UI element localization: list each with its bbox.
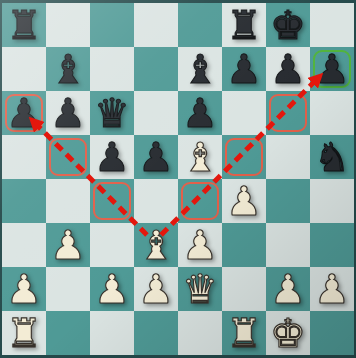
piece-black-king-g8[interactable]: ♚	[266, 3, 310, 47]
threat-highlight-b5	[49, 138, 87, 176]
piece-white-pawn-f4[interactable]: ♟	[222, 179, 266, 223]
square-h4[interactable]	[310, 179, 354, 223]
square-h3[interactable]	[310, 223, 354, 267]
piece-white-rook-a1[interactable]: ♜	[2, 311, 46, 355]
square-h1[interactable]	[310, 311, 354, 355]
piece-white-pawn-d2[interactable]: ♟	[134, 267, 178, 311]
piece-white-pawn-e3[interactable]: ♟	[178, 223, 222, 267]
square-e4[interactable]	[178, 179, 222, 223]
piece-black-bishop-b7[interactable]: ♝	[46, 47, 90, 91]
square-f8[interactable]: ♜	[222, 3, 266, 47]
square-g5[interactable]	[266, 135, 310, 179]
square-h2[interactable]: ♟	[310, 267, 354, 311]
piece-black-pawn-e6[interactable]: ♟	[178, 91, 222, 135]
square-a8[interactable]: ♜	[2, 3, 46, 47]
piece-black-pawn-b6[interactable]: ♟	[46, 91, 90, 135]
square-d6[interactable]	[134, 91, 178, 135]
piece-black-bishop-e7[interactable]: ♝	[178, 47, 222, 91]
piece-black-pawn-g7[interactable]: ♟	[266, 47, 310, 91]
piece-black-rook-f8[interactable]: ♜	[222, 3, 266, 47]
square-c3[interactable]	[90, 223, 134, 267]
square-c8[interactable]	[90, 3, 134, 47]
square-d3[interactable]: ♝	[134, 223, 178, 267]
piece-white-pawn-g2[interactable]: ♟	[266, 267, 310, 311]
square-a1[interactable]: ♜	[2, 311, 46, 355]
square-b3[interactable]: ♟	[46, 223, 90, 267]
square-f1[interactable]: ♜	[222, 311, 266, 355]
square-f7[interactable]: ♟	[222, 47, 266, 91]
square-g2[interactable]: ♟	[266, 267, 310, 311]
square-e1[interactable]	[178, 311, 222, 355]
square-b2[interactable]	[46, 267, 90, 311]
square-c7[interactable]	[90, 47, 134, 91]
piece-white-king-g1[interactable]: ♚	[266, 311, 310, 355]
square-a6[interactable]: ♟	[2, 91, 46, 135]
square-b8[interactable]	[46, 3, 90, 47]
chess-board: ♜♜♚♝♝♟♟♟♟♟♛♟♟♟♝♞♟♟♝♟♟♟♟♛♟♟♜♜♚	[2, 3, 354, 355]
piece-white-rook-f1[interactable]: ♜	[222, 311, 266, 355]
square-h8[interactable]	[310, 3, 354, 47]
square-c2[interactable]: ♟	[90, 267, 134, 311]
square-a7[interactable]	[2, 47, 46, 91]
square-d5[interactable]: ♟	[134, 135, 178, 179]
square-c1[interactable]	[90, 311, 134, 355]
square-g8[interactable]: ♚	[266, 3, 310, 47]
square-e8[interactable]	[178, 3, 222, 47]
square-f2[interactable]	[222, 267, 266, 311]
square-a3[interactable]	[2, 223, 46, 267]
square-g7[interactable]: ♟	[266, 47, 310, 91]
square-h6[interactable]	[310, 91, 354, 135]
threat-highlight-g6	[269, 94, 307, 132]
square-e6[interactable]: ♟	[178, 91, 222, 135]
piece-black-pawn-c5[interactable]: ♟	[90, 135, 134, 179]
threat-highlight-f5	[225, 138, 263, 176]
square-a4[interactable]	[2, 179, 46, 223]
piece-black-pawn-f7[interactable]: ♟	[222, 47, 266, 91]
piece-black-queen-c6[interactable]: ♛	[90, 91, 134, 135]
piece-black-pawn-d5[interactable]: ♟	[134, 135, 178, 179]
square-a5[interactable]	[2, 135, 46, 179]
square-e2[interactable]: ♛	[178, 267, 222, 311]
piece-white-pawn-h2[interactable]: ♟	[310, 267, 354, 311]
square-c5[interactable]: ♟	[90, 135, 134, 179]
square-d2[interactable]: ♟	[134, 267, 178, 311]
square-b1[interactable]	[46, 311, 90, 355]
piece-black-pawn-a6[interactable]: ♟	[2, 91, 46, 135]
square-b6[interactable]: ♟	[46, 91, 90, 135]
piece-white-bishop-d3[interactable]: ♝	[134, 223, 178, 267]
square-d1[interactable]	[134, 311, 178, 355]
square-b4[interactable]	[46, 179, 90, 223]
square-b7[interactable]: ♝	[46, 47, 90, 91]
piece-black-knight-h5[interactable]: ♞	[310, 135, 354, 179]
square-f3[interactable]	[222, 223, 266, 267]
square-g1[interactable]: ♚	[266, 311, 310, 355]
square-e7[interactable]: ♝	[178, 47, 222, 91]
board-frame: ♜♜♚♝♝♟♟♟♟♟♛♟♟♟♝♞♟♟♝♟♟♟♟♛♟♟♜♜♚	[0, 0, 356, 358]
square-d8[interactable]	[134, 3, 178, 47]
piece-white-pawn-c2[interactable]: ♟	[90, 267, 134, 311]
square-h5[interactable]: ♞	[310, 135, 354, 179]
square-e3[interactable]: ♟	[178, 223, 222, 267]
threat-highlight-c4	[93, 182, 131, 220]
square-a2[interactable]: ♟	[2, 267, 46, 311]
threat-highlight-e4	[181, 182, 219, 220]
square-b5[interactable]	[46, 135, 90, 179]
square-h7[interactable]: ♟	[310, 47, 354, 91]
piece-black-rook-a8[interactable]: ♜	[2, 3, 46, 47]
square-g4[interactable]	[266, 179, 310, 223]
piece-white-bishop-e5[interactable]: ♝	[178, 135, 222, 179]
square-c6[interactable]: ♛	[90, 91, 134, 135]
piece-white-pawn-b3[interactable]: ♟	[46, 223, 90, 267]
piece-white-queen-e2[interactable]: ♛	[178, 267, 222, 311]
square-c4[interactable]	[90, 179, 134, 223]
square-e5[interactable]: ♝	[178, 135, 222, 179]
piece-white-pawn-a2[interactable]: ♟	[2, 267, 46, 311]
piece-black-pawn-h7[interactable]: ♟	[310, 47, 354, 91]
square-f4[interactable]: ♟	[222, 179, 266, 223]
square-d7[interactable]	[134, 47, 178, 91]
square-g3[interactable]	[266, 223, 310, 267]
square-g6[interactable]	[266, 91, 310, 135]
square-d4[interactable]	[134, 179, 178, 223]
square-f6[interactable]	[222, 91, 266, 135]
square-f5[interactable]	[222, 135, 266, 179]
